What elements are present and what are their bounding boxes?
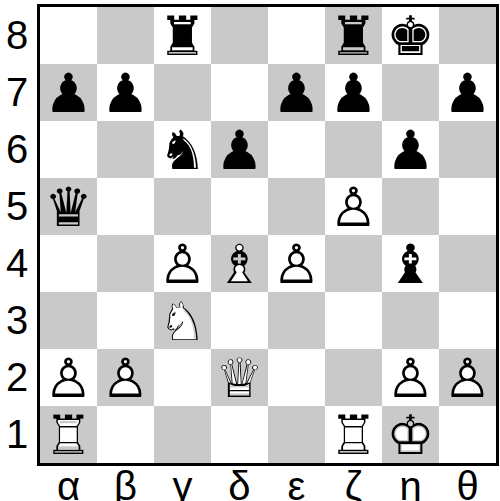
piece-outline-glyph: ♙ [40,349,97,406]
square-η7[interactable] [382,64,439,121]
file-label-γ: γ [154,464,211,501]
piece-outline-glyph: ♙ [325,178,382,235]
piece-outline-glyph: ♗ [211,235,268,292]
square-β3[interactable] [97,292,154,349]
piece-black-pawn: ♟ [382,121,439,178]
piece-white-bishop: ♝♗ [211,235,268,292]
square-γ7[interactable] [154,64,211,121]
chess-diagram: 87654321 ♜♜♚♟♟♟♟♟♞♟♟♛♟♙♟♙♝♗♟♙♝♞♘♟♙♟♙♛♕♟♙… [0,0,500,501]
piece-black-king: ♚ [382,7,439,64]
piece-white-pawn: ♟♙ [154,235,211,292]
square-η5[interactable] [382,178,439,235]
square-ε4[interactable]: ♟♙ [268,235,325,292]
square-η1[interactable]: ♚♔ [382,406,439,463]
square-β6[interactable] [97,121,154,178]
square-α7[interactable]: ♟ [40,64,97,121]
piece-white-rook: ♜♖ [40,406,97,463]
square-ζ8[interactable]: ♜ [325,7,382,64]
square-η8[interactable]: ♚ [382,7,439,64]
piece-white-pawn: ♟♙ [382,349,439,406]
square-θ3[interactable] [439,292,496,349]
file-label-α: α [40,464,97,501]
square-γ6[interactable]: ♞ [154,121,211,178]
piece-outline-glyph: ♖ [40,406,97,463]
rank-label-3: 3 [0,292,34,349]
square-β7[interactable]: ♟ [97,64,154,121]
square-γ4[interactable]: ♟♙ [154,235,211,292]
piece-outline-glyph: ♙ [97,349,154,406]
square-ζ4[interactable] [325,235,382,292]
piece-white-pawn: ♟♙ [40,349,97,406]
piece-outline-glyph: ♕ [211,349,268,406]
square-ζ7[interactable]: ♟ [325,64,382,121]
square-ε1[interactable] [268,406,325,463]
piece-white-knight: ♞♘ [154,292,211,349]
rank-label-8: 8 [0,7,34,64]
piece-black-pawn: ♟ [268,64,325,121]
rank-label-6: 6 [0,121,34,178]
square-θ4[interactable] [439,235,496,292]
square-α2[interactable]: ♟♙ [40,349,97,406]
square-θ8[interactable] [439,7,496,64]
square-δ3[interactable] [211,292,268,349]
square-ζ5[interactable]: ♟♙ [325,178,382,235]
square-δ4[interactable]: ♝♗ [211,235,268,292]
piece-white-rook: ♜♖ [325,406,382,463]
square-ε7[interactable]: ♟ [268,64,325,121]
piece-outline-glyph: ♙ [382,349,439,406]
square-θ6[interactable] [439,121,496,178]
square-η2[interactable]: ♟♙ [382,349,439,406]
square-ε6[interactable] [268,121,325,178]
square-γ3[interactable]: ♞♘ [154,292,211,349]
square-ζ2[interactable] [325,349,382,406]
square-γ1[interactable] [154,406,211,463]
piece-black-bishop: ♝ [382,235,439,292]
square-δ6[interactable]: ♟ [211,121,268,178]
piece-black-pawn: ♟ [97,64,154,121]
square-θ1[interactable] [439,406,496,463]
piece-outline-glyph: ♙ [268,235,325,292]
rank-label-4: 4 [0,235,34,292]
square-η4[interactable]: ♝ [382,235,439,292]
piece-white-pawn: ♟♙ [439,349,496,406]
piece-outline-glyph: ♙ [154,235,211,292]
square-δ2[interactable]: ♛♕ [211,349,268,406]
piece-black-pawn: ♟ [40,64,97,121]
piece-black-queen: ♛ [40,178,97,235]
square-β8[interactable] [97,7,154,64]
square-θ7[interactable]: ♟ [439,64,496,121]
file-label-ε: ε [268,464,325,501]
piece-outline-glyph: ♙ [439,349,496,406]
file-label-ζ: ζ [325,464,382,501]
piece-white-king: ♚♔ [382,406,439,463]
square-ε2[interactable] [268,349,325,406]
square-α6[interactable] [40,121,97,178]
piece-white-queen: ♛♕ [211,349,268,406]
file-label-β: β [97,464,154,501]
square-α5[interactable]: ♛ [40,178,97,235]
square-ζ3[interactable] [325,292,382,349]
square-α3[interactable] [40,292,97,349]
square-γ2[interactable] [154,349,211,406]
piece-white-pawn: ♟♙ [268,235,325,292]
square-α8[interactable] [40,7,97,64]
square-ζ6[interactable] [325,121,382,178]
square-γ5[interactable] [154,178,211,235]
square-η3[interactable] [382,292,439,349]
piece-white-pawn: ♟♙ [325,178,382,235]
square-ε5[interactable] [268,178,325,235]
square-δ1[interactable] [211,406,268,463]
file-label-δ: δ [211,464,268,501]
square-ε8[interactable] [268,7,325,64]
piece-black-pawn: ♟ [211,121,268,178]
square-γ8[interactable]: ♜ [154,7,211,64]
piece-outline-glyph: ♖ [325,406,382,463]
rank-labels: 87654321 [0,7,34,463]
square-β1[interactable] [97,406,154,463]
square-β4[interactable] [97,235,154,292]
piece-white-pawn: ♟♙ [97,349,154,406]
square-δ5[interactable] [211,178,268,235]
file-label-θ: θ [439,464,496,501]
piece-outline-glyph: ♔ [382,406,439,463]
square-α4[interactable] [40,235,97,292]
square-β2[interactable]: ♟♙ [97,349,154,406]
rank-label-2: 2 [0,349,34,406]
piece-black-rook: ♜ [154,7,211,64]
piece-black-pawn: ♟ [439,64,496,121]
square-ε3[interactable] [268,292,325,349]
square-β5[interactable] [97,178,154,235]
square-α1[interactable]: ♜♖ [40,406,97,463]
square-δ7[interactable] [211,64,268,121]
chess-board: ♜♜♚♟♟♟♟♟♞♟♟♛♟♙♟♙♝♗♟♙♝♞♘♟♙♟♙♛♕♟♙♟♙♜♖♜♖♚♔ [37,4,499,466]
square-θ5[interactable] [439,178,496,235]
piece-black-knight: ♞ [154,121,211,178]
piece-black-pawn: ♟ [325,64,382,121]
piece-outline-glyph: ♘ [154,292,211,349]
square-η6[interactable]: ♟ [382,121,439,178]
square-δ8[interactable] [211,7,268,64]
file-label-η: η [382,464,439,501]
rank-label-5: 5 [0,178,34,235]
file-labels: αβγδεζηθ [40,464,496,500]
rank-label-1: 1 [0,406,34,463]
square-θ2[interactable]: ♟♙ [439,349,496,406]
rank-label-7: 7 [0,64,34,121]
square-ζ1[interactable]: ♜♖ [325,406,382,463]
piece-black-rook: ♜ [325,7,382,64]
